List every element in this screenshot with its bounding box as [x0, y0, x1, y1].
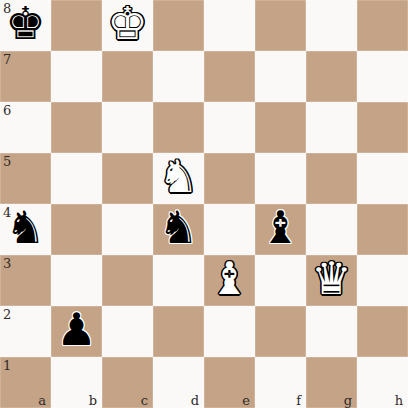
- square-a2[interactable]: 2: [0, 306, 51, 357]
- square-e5[interactable]: [204, 153, 255, 204]
- square-g6[interactable]: [306, 102, 357, 153]
- square-b2[interactable]: ♟: [51, 306, 102, 357]
- square-g7[interactable]: [306, 51, 357, 102]
- square-e3[interactable]: ♝: [204, 255, 255, 306]
- rank-label-1: 1: [3, 359, 11, 372]
- file-label-h: h: [395, 394, 403, 407]
- square-h1[interactable]: h: [357, 357, 408, 408]
- square-a8[interactable]: 8♚: [0, 0, 51, 51]
- chess-board: 8♚♚765♞4♞♞♝3♝♛2♟1abcdefgh: [0, 0, 408, 408]
- file-label-a: a: [38, 394, 46, 407]
- square-d2[interactable]: [153, 306, 204, 357]
- square-g3[interactable]: ♛: [306, 255, 357, 306]
- square-a3[interactable]: 3: [0, 255, 51, 306]
- piece-black-king-a8[interactable]: ♚: [5, 0, 45, 49]
- square-b1[interactable]: b: [51, 357, 102, 408]
- piece-black-bishop-f4[interactable]: ♝: [260, 202, 300, 253]
- square-c1[interactable]: c: [102, 357, 153, 408]
- square-a5[interactable]: 5: [0, 153, 51, 204]
- file-label-g: g: [344, 394, 352, 407]
- square-d7[interactable]: [153, 51, 204, 102]
- piece-black-pawn-b2[interactable]: ♟: [56, 304, 96, 355]
- square-b3[interactable]: [51, 255, 102, 306]
- square-g2[interactable]: [306, 306, 357, 357]
- square-d5[interactable]: ♞: [153, 153, 204, 204]
- square-b5[interactable]: [51, 153, 102, 204]
- square-e8[interactable]: [204, 0, 255, 51]
- square-h3[interactable]: [357, 255, 408, 306]
- file-label-f: f: [296, 394, 301, 407]
- square-f6[interactable]: [255, 102, 306, 153]
- square-e6[interactable]: [204, 102, 255, 153]
- square-b7[interactable]: [51, 51, 102, 102]
- square-g1[interactable]: g: [306, 357, 357, 408]
- square-a6[interactable]: 6: [0, 102, 51, 153]
- piece-white-bishop-e3[interactable]: ♝: [209, 253, 249, 304]
- square-h7[interactable]: [357, 51, 408, 102]
- piece-white-knight-d5[interactable]: ♞: [158, 151, 198, 202]
- square-c6[interactable]: [102, 102, 153, 153]
- piece-black-knight-d4[interactable]: ♞: [158, 202, 198, 253]
- square-a7[interactable]: 7: [0, 51, 51, 102]
- square-e4[interactable]: [204, 204, 255, 255]
- square-g4[interactable]: [306, 204, 357, 255]
- piece-white-queen-g3[interactable]: ♛: [311, 253, 351, 304]
- piece-black-knight-a4[interactable]: ♞: [5, 202, 45, 253]
- rank-label-5: 5: [3, 155, 11, 168]
- square-h2[interactable]: [357, 306, 408, 357]
- rank-label-6: 6: [3, 104, 11, 117]
- square-a1[interactable]: 1a: [0, 357, 51, 408]
- rank-label-7: 7: [3, 53, 11, 66]
- piece-white-king-c8[interactable]: ♚: [107, 0, 147, 49]
- square-g8[interactable]: [306, 0, 357, 51]
- square-h4[interactable]: [357, 204, 408, 255]
- square-h6[interactable]: [357, 102, 408, 153]
- file-label-b: b: [89, 394, 97, 407]
- square-h5[interactable]: [357, 153, 408, 204]
- square-d3[interactable]: [153, 255, 204, 306]
- square-d1[interactable]: d: [153, 357, 204, 408]
- square-b8[interactable]: [51, 0, 102, 51]
- square-c4[interactable]: [102, 204, 153, 255]
- file-label-e: e: [242, 394, 250, 407]
- rank-label-3: 3: [3, 257, 11, 270]
- square-b4[interactable]: [51, 204, 102, 255]
- square-f4[interactable]: ♝: [255, 204, 306, 255]
- rank-label-2: 2: [3, 308, 11, 321]
- square-f8[interactable]: [255, 0, 306, 51]
- square-f3[interactable]: [255, 255, 306, 306]
- square-a4[interactable]: 4♞: [0, 204, 51, 255]
- square-c5[interactable]: [102, 153, 153, 204]
- square-g5[interactable]: [306, 153, 357, 204]
- file-label-c: c: [141, 394, 148, 407]
- square-e2[interactable]: [204, 306, 255, 357]
- square-c7[interactable]: [102, 51, 153, 102]
- square-c3[interactable]: [102, 255, 153, 306]
- square-b6[interactable]: [51, 102, 102, 153]
- square-d6[interactable]: [153, 102, 204, 153]
- square-d4[interactable]: ♞: [153, 204, 204, 255]
- square-d8[interactable]: [153, 0, 204, 51]
- square-e7[interactable]: [204, 51, 255, 102]
- square-f2[interactable]: [255, 306, 306, 357]
- square-f1[interactable]: f: [255, 357, 306, 408]
- square-f7[interactable]: [255, 51, 306, 102]
- square-h8[interactable]: [357, 0, 408, 51]
- square-c8[interactable]: ♚: [102, 0, 153, 51]
- square-c2[interactable]: [102, 306, 153, 357]
- square-f5[interactable]: [255, 153, 306, 204]
- file-label-d: d: [191, 394, 199, 407]
- square-e1[interactable]: e: [204, 357, 255, 408]
